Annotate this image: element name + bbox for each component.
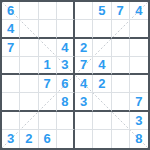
cell-r6c5[interactable]: 3 xyxy=(75,93,93,111)
given-digit: 6 xyxy=(61,77,68,90)
cell-r5c1[interactable] xyxy=(2,75,20,93)
cell-r7c2[interactable] xyxy=(20,112,38,130)
given-digit: 6 xyxy=(7,4,14,17)
cell-r2c6[interactable] xyxy=(93,20,111,38)
given-digit: 2 xyxy=(98,77,105,90)
cell-r7c6[interactable] xyxy=(93,112,111,130)
given-digit: 2 xyxy=(25,132,32,145)
cell-r6c3[interactable] xyxy=(39,93,57,111)
cell-r5c7[interactable] xyxy=(112,75,130,93)
cell-r1c2[interactable] xyxy=(20,2,38,20)
cell-r6c7[interactable] xyxy=(112,93,130,111)
cell-r4c8[interactable] xyxy=(130,57,148,75)
cell-r1c3[interactable] xyxy=(39,2,57,20)
cell-r8c4[interactable] xyxy=(57,130,75,148)
cell-r6c6[interactable] xyxy=(93,93,111,111)
given-digit: 7 xyxy=(44,77,51,90)
given-digit: 7 xyxy=(80,58,87,71)
cell-r5c6[interactable]: 2 xyxy=(93,75,111,93)
given-digit: 6 xyxy=(44,132,51,145)
cell-r3c5[interactable]: 2 xyxy=(75,39,93,57)
cell-r3c7[interactable] xyxy=(112,39,130,57)
cell-r7c1[interactable] xyxy=(2,112,20,130)
cell-r8c5[interactable] xyxy=(75,130,93,148)
given-digit: 4 xyxy=(80,77,87,90)
cell-r8c1[interactable]: 3 xyxy=(2,130,20,148)
cell-r5c5[interactable]: 4 xyxy=(75,75,93,93)
cell-r7c5[interactable] xyxy=(75,112,93,130)
cell-r4c4[interactable]: 3 xyxy=(57,57,75,75)
cell-r4c5[interactable]: 7 xyxy=(75,57,93,75)
cell-r7c8[interactable]: 3 xyxy=(130,112,148,130)
cell-r1c6[interactable]: 5 xyxy=(93,2,111,20)
cell-r2c4[interactable] xyxy=(57,20,75,38)
cell-r7c7[interactable] xyxy=(112,112,130,130)
cell-r2c8[interactable] xyxy=(130,20,148,38)
cell-r6c1[interactable] xyxy=(2,93,20,111)
given-digit: 3 xyxy=(80,95,87,108)
given-digit: 2 xyxy=(80,41,87,54)
cell-r3c4[interactable]: 4 xyxy=(57,39,75,57)
cell-r4c2[interactable] xyxy=(20,57,38,75)
cell-r2c5[interactable] xyxy=(75,20,93,38)
cell-r8c6[interactable] xyxy=(93,130,111,148)
given-digit: 8 xyxy=(135,132,142,145)
given-digit: 7 xyxy=(7,41,14,54)
cell-r3c1[interactable]: 7 xyxy=(2,39,20,57)
cell-r2c7[interactable] xyxy=(112,20,130,38)
cell-r1c8[interactable]: 4 xyxy=(130,2,148,20)
given-digit: 7 xyxy=(117,4,124,17)
cell-r8c7[interactable] xyxy=(112,130,130,148)
given-digit: 4 xyxy=(7,22,14,35)
given-digit: 8 xyxy=(61,95,68,108)
cell-r1c7[interactable]: 7 xyxy=(112,2,130,20)
cell-r3c2[interactable] xyxy=(20,39,38,57)
cell-r2c3[interactable] xyxy=(39,20,57,38)
cell-r6c8[interactable]: 7 xyxy=(130,93,148,111)
cell-r2c1[interactable]: 4 xyxy=(2,20,20,38)
given-digit: 4 xyxy=(135,4,142,17)
cell-r8c2[interactable]: 2 xyxy=(20,130,38,148)
given-digit: 4 xyxy=(61,41,68,54)
sudoku-x-board: 657447421374764283733268 xyxy=(0,0,150,150)
cell-r7c3[interactable] xyxy=(39,112,57,130)
given-digit: 3 xyxy=(135,114,142,127)
cell-r3c6[interactable] xyxy=(93,39,111,57)
sudoku-grid: 657447421374764283733268 xyxy=(2,2,148,148)
cell-r5c4[interactable]: 6 xyxy=(57,75,75,93)
given-digit: 4 xyxy=(98,58,105,71)
cell-r3c8[interactable] xyxy=(130,39,148,57)
cell-r5c8[interactable] xyxy=(130,75,148,93)
cell-r4c3[interactable]: 1 xyxy=(39,57,57,75)
cell-r5c2[interactable] xyxy=(20,75,38,93)
given-digit: 5 xyxy=(98,4,105,17)
cell-r3c3[interactable] xyxy=(39,39,57,57)
cell-r1c1[interactable]: 6 xyxy=(2,2,20,20)
cell-r6c4[interactable]: 8 xyxy=(57,93,75,111)
cell-r1c5[interactable] xyxy=(75,2,93,20)
cell-r2c2[interactable] xyxy=(20,20,38,38)
cell-r6c2[interactable] xyxy=(20,93,38,111)
cell-r4c1[interactable] xyxy=(2,57,20,75)
given-digit: 1 xyxy=(44,58,51,71)
given-digit: 3 xyxy=(61,58,68,71)
cell-r1c4[interactable] xyxy=(57,2,75,20)
cell-r4c7[interactable] xyxy=(112,57,130,75)
cell-r8c8[interactable]: 8 xyxy=(130,130,148,148)
given-digit: 7 xyxy=(135,95,142,108)
cell-r5c3[interactable]: 7 xyxy=(39,75,57,93)
cell-r4c6[interactable]: 4 xyxy=(93,57,111,75)
cell-r8c3[interactable]: 6 xyxy=(39,130,57,148)
cell-r7c4[interactable] xyxy=(57,112,75,130)
given-digit: 3 xyxy=(7,132,14,145)
